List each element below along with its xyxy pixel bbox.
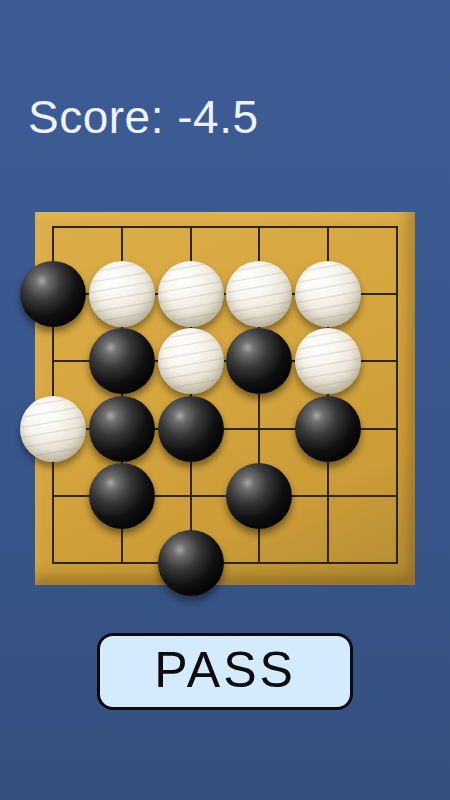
- black-stone: [158, 530, 224, 596]
- go-board[interactable]: [35, 212, 415, 585]
- white-stone: [158, 328, 224, 394]
- black-stone: [226, 328, 292, 394]
- grid-line-vertical: [396, 226, 398, 564]
- white-stone: [226, 261, 292, 327]
- black-stone: [20, 261, 86, 327]
- white-stone: [158, 261, 224, 327]
- black-stone: [89, 396, 155, 462]
- white-stone: [295, 261, 361, 327]
- score-label: Score: -4.5: [28, 90, 259, 144]
- white-stone: [295, 328, 361, 394]
- black-stone: [89, 328, 155, 394]
- black-stone: [89, 463, 155, 529]
- app-screen: Score: -4.5 PASS: [0, 0, 450, 800]
- grid-line-horizontal: [52, 562, 398, 564]
- black-stone: [158, 396, 224, 462]
- grid-line-horizontal: [52, 226, 398, 228]
- black-stone: [226, 463, 292, 529]
- pass-button[interactable]: PASS: [97, 633, 353, 710]
- black-stone: [295, 396, 361, 462]
- white-stone: [20, 396, 86, 462]
- white-stone: [89, 261, 155, 327]
